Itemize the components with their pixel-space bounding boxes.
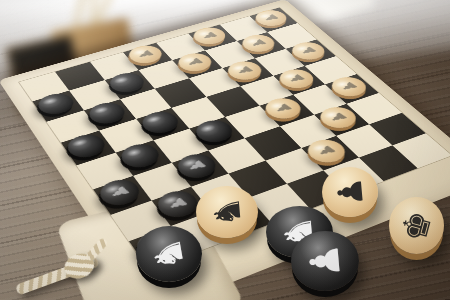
- wood-pawn-disc[interactable]: ♟: [322, 167, 378, 217]
- pawn-glyph: ♟: [332, 176, 368, 208]
- pawn-glyph: ♟: [304, 242, 347, 279]
- piece-highlight: [41, 96, 59, 106]
- wood-knight-disc[interactable]: ♞: [196, 186, 258, 238]
- black-knight-disc[interactable]: ♞: [136, 226, 202, 282]
- piece-highlight: [92, 105, 111, 115]
- piece-highlight: [144, 114, 163, 124]
- piece-highlight: [198, 123, 217, 133]
- photo-scene: ♟♟♟♟♟♟♟♟♟♟♟♟♟♟♟♟♟ ♞♞♞♟♟♚: [0, 0, 450, 300]
- knight-glyph: ♞: [148, 235, 191, 273]
- black-pawn-disc[interactable]: ♟: [291, 231, 359, 291]
- wood-king-disc[interactable]: ♚: [389, 197, 444, 254]
- knight-glyph: ♞: [208, 195, 246, 228]
- piece-highlight: [112, 76, 130, 85]
- king-glyph: ♚: [395, 206, 437, 245]
- piece-highlight: [124, 147, 144, 158]
- piece-highlight: [70, 137, 89, 148]
